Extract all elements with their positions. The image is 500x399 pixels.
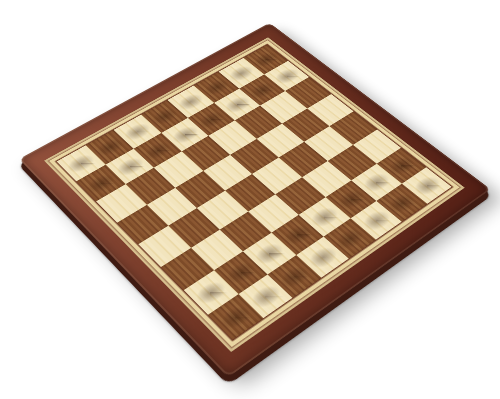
- chess-scene: ♜♞♝♛♚♝♞♜♟♟♟♟♟♟♟♟♟♟♟♟♟♟♟♟♜♞♝♛♚♝♞♜: [0, 0, 500, 399]
- chess-set-photo: ♜♞♝♛♚♝♞♜♟♟♟♟♟♟♟♟♟♟♟♟♟♟♟♟♜♞♝♛♚♝♞♜: [0, 0, 500, 399]
- chess-board: ♜♞♝♛♚♝♞♜♟♟♟♟♟♟♟♟♟♟♟♟♟♟♟♟♜♞♝♛♚♝♞♜: [19, 22, 491, 376]
